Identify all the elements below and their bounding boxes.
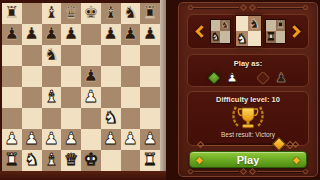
square-a6[interactable] [2,45,22,66]
square-a5[interactable] [2,66,22,87]
piece-black-pawn[interactable]: ♟ [81,66,101,87]
square-g6[interactable] [121,45,141,66]
piece-black-bishop[interactable]: ♝ [42,3,62,24]
square-g1[interactable] [121,150,141,171]
piece-white-rook[interactable]: ♜ [140,150,160,171]
best-result-label: Best result: Victory [188,131,308,138]
settings-panel-area: ♞ ♞ ♞ ♞ ♜ ♜ Play a [166,0,320,180]
piece-white-knight[interactable]: ♞ [22,150,42,171]
square-e3[interactable] [81,108,101,129]
slider-end-icon [292,141,299,148]
square-e6[interactable] [81,45,101,66]
ornament-diamond-icon [249,168,256,175]
square-h5[interactable] [140,66,160,87]
panel-top-ornament [188,5,308,11]
square-g4[interactable] [121,87,141,108]
piece-white-pawn[interactable]: ♟ [61,129,81,150]
ornament-ring-icon [303,169,308,174]
mode-thumbnail-previous[interactable]: ♞ ♞ [210,19,231,44]
ornament-diamond-icon [240,4,247,11]
square-c7[interactable]: ♟ [42,24,62,45]
piece-white-knight[interactable]: ♞ [101,108,121,129]
square-f5[interactable] [101,66,121,87]
carousel-right-arrow-icon[interactable] [288,25,301,38]
square-d7[interactable]: ♟ [61,24,81,45]
square-d5[interactable] [61,66,81,87]
square-b6[interactable] [22,45,42,66]
piece-white-pawn[interactable]: ♟ [81,87,101,108]
slider-min-icon [197,141,204,148]
piece-white-pawn[interactable]: ♟ [22,129,42,150]
piece-black-knight[interactable]: ♞ [121,3,141,24]
mode-thumbnail-selected[interactable]: ♞ ♞ [235,15,262,47]
square-b2[interactable]: ♟ [22,129,42,150]
play-button[interactable]: Play [189,151,307,168]
square-c6[interactable]: ♞ [42,45,62,66]
square-h1[interactable]: ♜ [140,150,160,171]
square-d8[interactable]: ♛ [61,3,81,24]
black-radio-unselected-icon[interactable] [256,71,270,85]
chess-app-screen: ♜♝♛♚♝♞♜♟♟♟♟♟♟♟♞♟♝♟♞♟♟♟♟♟♟♟♜♞♝♛♚♜ ♞ ♞ [0,0,320,180]
square-f1[interactable] [101,150,121,171]
thumb-white-knight-icon: ♞ [211,31,221,43]
square-g3[interactable] [121,108,141,129]
square-h6[interactable] [140,45,160,66]
piece-black-pawn[interactable]: ♟ [140,24,160,45]
piece-black-pawn[interactable]: ♟ [121,24,141,45]
square-e2[interactable] [81,129,101,150]
ornament-ring-icon [303,5,308,10]
piece-white-pawn[interactable]: ♟ [121,129,141,150]
square-g2[interactable]: ♟ [121,129,141,150]
piece-white-king[interactable]: ♚ [81,150,101,171]
square-e1[interactable]: ♚ [81,150,101,171]
square-b7[interactable]: ♟ [22,24,42,45]
square-h3[interactable] [140,108,160,129]
carousel-left-arrow-icon[interactable] [195,25,208,38]
square-c3[interactable] [42,108,62,129]
board-area: ♜♝♛♚♝♞♜♟♟♟♟♟♟♟♞♟♝♟♞♟♟♟♟♟♟♟♜♞♝♛♚♜ [0,0,166,180]
piece-black-queen[interactable]: ♛ [61,3,81,24]
square-a3[interactable] [2,108,22,129]
button-diamond-icon [196,157,203,164]
square-f7[interactable]: ♟ [101,24,121,45]
button-diamond-icon [293,157,300,164]
piece-black-king[interactable]: ♚ [81,3,101,24]
thumb-white-rook-icon: ♜ [266,31,276,43]
mode-carousel: ♞ ♞ ♞ ♞ ♜ ♜ [187,14,309,49]
piece-black-pawn[interactable]: ♟ [2,24,22,45]
piece-white-bishop[interactable]: ♝ [42,87,62,108]
thumb-white-knight-icon: ♞ [236,31,249,46]
square-h8[interactable]: ♜ [140,3,160,24]
ornament-diamond-icon [240,168,247,175]
chess-board: ♜♝♛♚♝♞♜♟♟♟♟♟♟♟♞♟♝♟♞♟♟♟♟♟♟♟♜♞♝♛♚♜ [2,3,160,171]
square-f2[interactable]: ♟ [101,129,121,150]
square-e5[interactable]: ♟ [81,66,101,87]
square-g8[interactable]: ♞ [121,3,141,24]
piece-black-pawn[interactable]: ♟ [42,24,62,45]
square-a7[interactable]: ♟ [2,24,22,45]
square-c1[interactable]: ♝ [42,150,62,171]
square-g7[interactable]: ♟ [121,24,141,45]
play-as-white-option[interactable]: ♟ [209,71,238,85]
thumb-black-knight-icon: ♞ [248,16,261,31]
square-h4[interactable] [140,87,160,108]
play-as-section: Play as: ♟ ♟ [187,54,309,88]
white-pawn-icon: ♟ [226,71,238,85]
square-f4[interactable] [101,87,121,108]
square-b5[interactable] [22,66,42,87]
piece-black-knight[interactable]: ♞ [42,45,62,66]
square-c8[interactable]: ♝ [42,3,62,24]
square-b3[interactable] [22,108,42,129]
difficulty-slider[interactable] [198,138,298,145]
square-f6[interactable] [101,45,121,66]
board-frame-bottom [0,171,166,180]
square-c2[interactable]: ♟ [42,129,62,150]
square-c5[interactable] [42,66,62,87]
square-e7[interactable] [81,24,101,45]
difficulty-level-label: Difficulty level: 10 [188,95,308,104]
piece-white-pawn[interactable]: ♟ [2,129,22,150]
piece-black-bishop[interactable]: ♝ [101,3,121,24]
piece-white-pawn[interactable]: ♟ [140,129,160,150]
black-pawn-icon: ♟ [275,71,287,85]
play-as-label: Play as: [188,59,308,68]
piece-black-pawn[interactable]: ♟ [101,24,121,45]
trophy-icon [229,105,267,131]
square-d3[interactable] [61,108,81,129]
piece-white-pawn[interactable]: ♟ [42,129,62,150]
square-f8[interactable]: ♝ [101,3,121,24]
piece-black-rook[interactable]: ♜ [140,3,160,24]
square-b1[interactable]: ♞ [22,150,42,171]
square-d4[interactable] [61,87,81,108]
white-radio-selected-icon[interactable] [207,71,221,85]
thumb-black-rook-icon: ♜ [276,20,286,32]
piece-white-queen[interactable]: ♛ [61,150,81,171]
square-d1[interactable]: ♛ [61,150,81,171]
slider-handle[interactable] [272,137,286,151]
piece-black-pawn[interactable]: ♟ [22,24,42,45]
square-a2[interactable]: ♟ [2,129,22,150]
square-g5[interactable] [121,66,141,87]
square-h7[interactable]: ♟ [140,24,160,45]
piece-black-rook[interactable]: ♜ [2,3,22,24]
square-a1[interactable]: ♜ [2,150,22,171]
piece-white-pawn[interactable]: ♟ [101,129,121,150]
mode-thumbnail-next[interactable]: ♜ ♜ [265,19,286,44]
game-setup-panel: ♞ ♞ ♞ ♞ ♜ ♜ Play a [178,2,318,177]
thumb-black-knight-icon: ♞ [220,20,230,32]
difficulty-section: Difficulty level: 10 [187,91,309,146]
square-a8[interactable]: ♜ [2,3,22,24]
square-c4[interactable]: ♝ [42,87,62,108]
square-d2[interactable]: ♟ [61,129,81,150]
square-b4[interactable] [22,87,42,108]
play-as-black-option[interactable]: ♟ [258,71,287,85]
square-a4[interactable] [2,87,22,108]
square-f3[interactable]: ♞ [101,108,121,129]
panel-bottom-ornament [188,168,308,174]
square-e8[interactable]: ♚ [81,3,101,24]
square-d6[interactable] [61,45,81,66]
square-e4[interactable]: ♟ [81,87,101,108]
ornament-diamond-icon [249,4,256,11]
square-h2[interactable]: ♟ [140,129,160,150]
piece-white-rook[interactable]: ♜ [2,150,22,171]
play-as-options: ♟ ♟ [188,71,308,85]
piece-white-bishop[interactable]: ♝ [42,150,62,171]
play-button-label: Play [237,154,260,166]
piece-black-pawn[interactable]: ♟ [61,24,81,45]
square-b8[interactable] [22,3,42,24]
